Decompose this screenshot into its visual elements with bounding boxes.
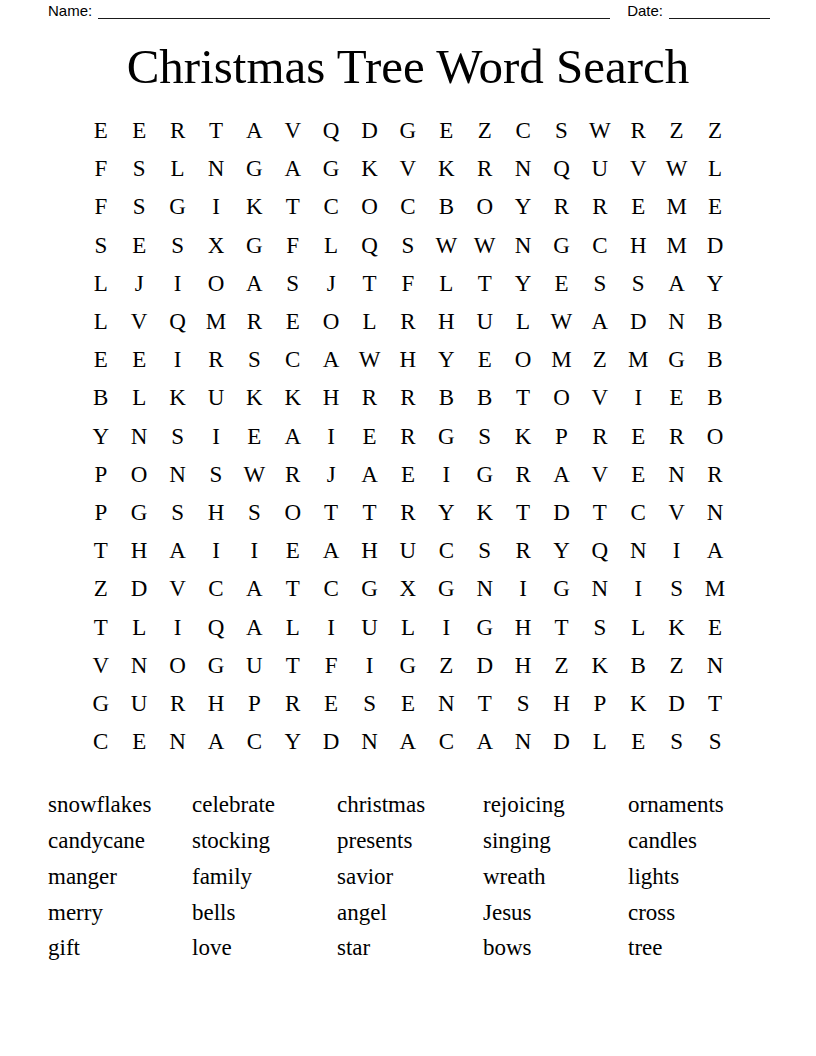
grid-cell-r7c8[interactable]: W [350,341,388,379]
grid-cell-r15c4[interactable]: G [197,647,235,685]
grid-cell-r12c1[interactable]: T [82,532,120,570]
grid-cell-r1c12[interactable]: C [504,112,542,150]
grid-cell-r15c17[interactable]: N [696,647,734,685]
grid-cell-r1c15[interactable]: R [619,112,657,150]
grid-cell-r8c1[interactable]: B [82,379,120,417]
grid-cell-r9c8[interactable]: E [350,418,388,456]
grid-cell-r7c9[interactable]: H [389,341,427,379]
grid-cell-r8c5[interactable]: K [235,379,273,417]
grid-cell-r5c3[interactable]: I [158,265,196,303]
grid-cell-r15c3[interactable]: O [158,647,196,685]
grid-cell-r8c16[interactable]: E [657,379,695,417]
grid-cell-r2c14[interactable]: U [581,150,619,188]
grid-cell-r13c11[interactable]: N [466,570,504,608]
grid-cell-r6c14[interactable]: A [581,303,619,341]
grid-cell-r12c17[interactable]: A [696,532,734,570]
grid-cell-r14c5[interactable]: A [235,608,273,646]
word-list-item: family [192,859,337,895]
grid-cell-r16c15[interactable]: K [619,685,657,723]
grid-cell-r5c17[interactable]: Y [696,265,734,303]
grid-cell-r3c10[interactable]: B [427,188,465,226]
grid-cell-r4c11[interactable]: W [466,227,504,265]
grid-cell-r6c5[interactable]: R [235,303,273,341]
grid-cell-r14c8[interactable]: U [350,608,388,646]
grid-cell-r9c13[interactable]: P [542,418,580,456]
grid-cell-r5c2[interactable]: J [120,265,158,303]
grid-cell-r6c9[interactable]: R [389,303,427,341]
word-list-item: bells [192,895,337,931]
grid-cell-r6c13[interactable]: W [542,303,580,341]
grid-cell-r12c7[interactable]: A [312,532,350,570]
grid-cell-r16c12[interactable]: S [504,685,542,723]
grid-cell-r11c14[interactable]: T [581,494,619,532]
grid-cell-r8c10[interactable]: B [427,379,465,417]
grid-cell-r7c13[interactable]: M [542,341,580,379]
grid-cell-r15c8[interactable]: I [350,647,388,685]
grid-cell-r5c7[interactable]: J [312,265,350,303]
grid-cell-r6c17[interactable]: B [696,303,734,341]
grid-cell-r8c8[interactable]: R [350,379,388,417]
grid-cell-r9c1[interactable]: Y [82,418,120,456]
grid-cell-r3c1[interactable]: F [82,188,120,226]
grid-cell-r4c17[interactable]: D [696,227,734,265]
grid-cell-r13c12[interactable]: I [504,570,542,608]
grid-cell-r17c16[interactable]: S [657,723,695,761]
grid-cell-r9c2[interactable]: N [120,418,158,456]
grid-cell-r13c8[interactable]: G [350,570,388,608]
grid-cell-r5c5[interactable]: A [235,265,273,303]
grid-cell-r10c12[interactable]: R [504,456,542,494]
grid-cell-r13c6[interactable]: T [274,570,312,608]
grid-cell-r12c9[interactable]: U [389,532,427,570]
grid-cell-r8c12[interactable]: T [504,379,542,417]
grid-cell-r1c13[interactable]: S [542,112,580,150]
grid-cell-r16c7[interactable]: E [312,685,350,723]
grid-cell-r4c7[interactable]: L [312,227,350,265]
grid-cell-r3c13[interactable]: R [542,188,580,226]
grid-cell-r16c9[interactable]: E [389,685,427,723]
grid-cell-r11c10[interactable]: Y [427,494,465,532]
grid-cell-r13c14[interactable]: N [581,570,619,608]
grid-cell-r2c11[interactable]: R [466,150,504,188]
grid-cell-r13c13[interactable]: G [542,570,580,608]
grid-cell-r9c15[interactable]: E [619,418,657,456]
grid-cell-r10c4[interactable]: S [197,456,235,494]
grid-cell-r12c15[interactable]: N [619,532,657,570]
grid-cell-r4c4[interactable]: X [197,227,235,265]
grid-cell-r10c5[interactable]: W [235,456,273,494]
grid-cell-r9c14[interactable]: R [581,418,619,456]
grid-cell-r16c11[interactable]: T [466,685,504,723]
grid-cell-r2c5[interactable]: G [235,150,273,188]
grid-cell-r11c6[interactable]: O [274,494,312,532]
grid-cell-r17c9[interactable]: A [389,723,427,761]
grid-cell-r13c2[interactable]: D [120,570,158,608]
grid-cell-r5c8[interactable]: T [350,265,388,303]
word-list-item: manger [48,859,192,895]
grid-cell-r3c14[interactable]: R [581,188,619,226]
grid-cell-r14c6[interactable]: L [274,608,312,646]
grid-cell-r16c16[interactable]: D [657,685,695,723]
grid-cell-r17c1[interactable]: C [82,723,120,761]
grid-cell-r14c16[interactable]: K [657,608,695,646]
grid-cell-r8c7[interactable]: H [312,379,350,417]
grid-cell-r12c5[interactable]: I [235,532,273,570]
grid-cell-r8c13[interactable]: O [542,379,580,417]
grid-cell-r16c2[interactable]: U [120,685,158,723]
grid-cell-r10c10[interactable]: I [427,456,465,494]
grid-cell-r13c9[interactable]: X [389,570,427,608]
word-list-item: cross [628,895,816,931]
grid-cell-r9c12[interactable]: K [504,418,542,456]
grid-cell-r11c2[interactable]: G [120,494,158,532]
grid-cell-r16c10[interactable]: N [427,685,465,723]
grid-cell-r1c11[interactable]: Z [466,112,504,150]
grid-cell-r5c15[interactable]: S [619,265,657,303]
grid-cell-r12c16[interactable]: I [657,532,695,570]
grid-cell-r15c16[interactable]: Z [657,647,695,685]
grid-cell-r11c15[interactable]: C [619,494,657,532]
grid-cell-r3c4[interactable]: I [197,188,235,226]
grid-cell-r1c9[interactable]: G [389,112,427,150]
grid-cell-r13c1[interactable]: Z [82,570,120,608]
grid-cell-r1c6[interactable]: V [274,112,312,150]
word-list: snowflakescelebratechristmasrejoicingorn… [0,787,816,966]
grid-cell-r1c3[interactable]: R [158,112,196,150]
grid-cell-r7c5[interactable]: S [235,341,273,379]
grid-cell-r17c15[interactable]: E [619,723,657,761]
grid-cell-r14c12[interactable]: H [504,608,542,646]
grid-cell-r17c11[interactable]: A [466,723,504,761]
grid-cell-r17c8[interactable]: N [350,723,388,761]
grid-cell-r8c17[interactable]: B [696,379,734,417]
grid-cell-r14c17[interactable]: E [696,608,734,646]
grid-cell-r3c11[interactable]: O [466,188,504,226]
grid-cell-r17c12[interactable]: N [504,723,542,761]
grid-cell-r11c12[interactable]: T [504,494,542,532]
grid-cell-r9c16[interactable]: R [657,418,695,456]
grid-cell-r1c1[interactable]: E [82,112,120,150]
grid-cell-r2c17[interactable]: L [696,150,734,188]
grid-cell-r1c5[interactable]: A [235,112,273,150]
grid-cell-r4c6[interactable]: F [274,227,312,265]
grid-cell-r13c10[interactable]: G [427,570,465,608]
grid-cell-r4c1[interactable]: S [82,227,120,265]
grid-cell-r17c2[interactable]: E [120,723,158,761]
grid-cell-r11c7[interactable]: T [312,494,350,532]
grid-cell-r14c15[interactable]: L [619,608,657,646]
grid-cell-r16c17[interactable]: T [696,685,734,723]
grid-cell-r3c17[interactable]: E [696,188,734,226]
grid-cell-r4c13[interactable]: G [542,227,580,265]
grid-cell-r15c5[interactable]: U [235,647,273,685]
grid-cell-r14c14[interactable]: S [581,608,619,646]
grid-cell-r9c5[interactable]: E [235,418,273,456]
grid-cell-r9c11[interactable]: S [466,418,504,456]
grid-cell-r5c9[interactable]: F [389,265,427,303]
grid-cell-r8c4[interactable]: U [197,379,235,417]
grid-cell-r9c3[interactable]: S [158,418,196,456]
grid-cell-r11c1[interactable]: P [82,494,120,532]
grid-cell-r2c15[interactable]: V [619,150,657,188]
grid-cell-r2c3[interactable]: L [158,150,196,188]
grid-cell-r1c10[interactable]: E [427,112,465,150]
grid-cell-r8c14[interactable]: V [581,379,619,417]
grid-cell-r5c6[interactable]: S [274,265,312,303]
grid-cell-r15c6[interactable]: T [274,647,312,685]
grid-cell-r6c2[interactable]: V [120,303,158,341]
grid-cell-r9c17[interactable]: O [696,418,734,456]
grid-cell-r1c4[interactable]: T [197,112,235,150]
grid-cell-r6c8[interactable]: L [350,303,388,341]
grid-cell-r7c3[interactable]: I [158,341,196,379]
grid-cell-r6c12[interactable]: L [504,303,542,341]
grid-cell-r4c3[interactable]: S [158,227,196,265]
grid-cell-r5c14[interactable]: S [581,265,619,303]
grid-cell-r14c1[interactable]: T [82,608,120,646]
grid-cell-r16c5[interactable]: P [235,685,273,723]
grid-cell-r15c13[interactable]: Z [542,647,580,685]
grid-cell-r14c4[interactable]: Q [197,608,235,646]
grid-cell-r17c5[interactable]: C [235,723,273,761]
grid-cell-r12c4[interactable]: I [197,532,235,570]
grid-cell-r17c17[interactable]: S [696,723,734,761]
grid-cell-r16c3[interactable]: R [158,685,196,723]
grid-cell-r9c6[interactable]: A [274,418,312,456]
grid-cell-r2c7[interactable]: G [312,150,350,188]
grid-cell-r3c3[interactable]: G [158,188,196,226]
grid-cell-r4c5[interactable]: G [235,227,273,265]
grid-cell-r7c15[interactable]: M [619,341,657,379]
grid-cell-r4c9[interactable]: S [389,227,427,265]
grid-cell-r3c2[interactable]: S [120,188,158,226]
grid-cell-r8c9[interactable]: R [389,379,427,417]
grid-cell-r12c8[interactable]: H [350,532,388,570]
grid-cell-r13c3[interactable]: V [158,570,196,608]
grid-cell-r11c17[interactable]: N [696,494,734,532]
grid-cell-r9c7[interactable]: I [312,418,350,456]
grid-cell-r7c16[interactable]: G [657,341,695,379]
grid-cell-r14c11[interactable]: G [466,608,504,646]
grid-cell-r15c10[interactable]: Z [427,647,465,685]
grid-cell-r6c10[interactable]: H [427,303,465,341]
grid-cell-r8c11[interactable]: B [466,379,504,417]
grid-cell-r7c14[interactable]: Z [581,341,619,379]
grid-cell-r6c3[interactable]: Q [158,303,196,341]
grid-cell-r10c16[interactable]: N [657,456,695,494]
grid-cell-r6c11[interactable]: U [466,303,504,341]
grid-cell-r8c6[interactable]: K [274,379,312,417]
grid-cell-r5c12[interactable]: Y [504,265,542,303]
grid-cell-r15c2[interactable]: N [120,647,158,685]
grid-cell-r2c2[interactable]: S [120,150,158,188]
grid-cell-r2c12[interactable]: N [504,150,542,188]
grid-cell-r12c12[interactable]: R [504,532,542,570]
grid-cell-r6c16[interactable]: N [657,303,695,341]
grid-cell-r10c13[interactable]: A [542,456,580,494]
grid-cell-r12c13[interactable]: Y [542,532,580,570]
grid-cell-r4c8[interactable]: Q [350,227,388,265]
grid-cell-r14c3[interactable]: I [158,608,196,646]
word-list-item: love [192,930,337,966]
grid-cell-r1c14[interactable]: W [581,112,619,150]
date-field[interactable] [669,5,770,19]
grid-cell-r15c7[interactable]: F [312,647,350,685]
grid-cell-r15c12[interactable]: H [504,647,542,685]
grid-cell-r10c15[interactable]: E [619,456,657,494]
grid-cell-r6c6[interactable]: E [274,303,312,341]
grid-cell-r2c16[interactable]: W [657,150,695,188]
grid-cell-r16c13[interactable]: H [542,685,580,723]
grid-cell-r15c11[interactable]: D [466,647,504,685]
grid-cell-r4c15[interactable]: H [619,227,657,265]
grid-cell-r14c10[interactable]: I [427,608,465,646]
grid-cell-r7c4[interactable]: R [197,341,235,379]
grid-cell-r1c7[interactable]: Q [312,112,350,150]
grid-cell-r11c4[interactable]: H [197,494,235,532]
grid-cell-r12c6[interactable]: E [274,532,312,570]
grid-cell-r7c12[interactable]: O [504,341,542,379]
grid-cell-r7c6[interactable]: C [274,341,312,379]
grid-cell-r17c7[interactable]: D [312,723,350,761]
grid-cell-r7c7[interactable]: A [312,341,350,379]
grid-cell-r11c13[interactable]: D [542,494,580,532]
grid-cell-r7c1[interactable]: E [82,341,120,379]
grid-cell-r3c16[interactable]: M [657,188,695,226]
grid-cell-r13c17[interactable]: M [696,570,734,608]
grid-cell-r10c9[interactable]: E [389,456,427,494]
grid-cell-r5c16[interactable]: A [657,265,695,303]
grid-cell-r2c13[interactable]: Q [542,150,580,188]
grid-cell-r12c14[interactable]: Q [581,532,619,570]
grid-cell-r14c9[interactable]: L [389,608,427,646]
grid-cell-r3c8[interactable]: O [350,188,388,226]
grid-cell-r6c4[interactable]: M [197,303,235,341]
grid-cell-r9c10[interactable]: G [427,418,465,456]
grid-cell-r11c8[interactable]: T [350,494,388,532]
grid-cell-r2c9[interactable]: V [389,150,427,188]
grid-cell-r5c13[interactable]: E [542,265,580,303]
grid-cell-r13c4[interactable]: C [197,570,235,608]
grid-cell-r7c17[interactable]: B [696,341,734,379]
grid-cell-r1c16[interactable]: Z [657,112,695,150]
word-list-item: ornaments [628,787,816,823]
grid-cell-r7c11[interactable]: E [466,341,504,379]
grid-cell-r16c1[interactable]: G [82,685,120,723]
grid-cell-r17c10[interactable]: C [427,723,465,761]
grid-cell-r10c17[interactable]: R [696,456,734,494]
grid-cell-r10c8[interactable]: A [350,456,388,494]
grid-cell-r5c4[interactable]: O [197,265,235,303]
grid-cell-r10c2[interactable]: O [120,456,158,494]
grid-cell-r4c12[interactable]: N [504,227,542,265]
grid-cell-r12c2[interactable]: H [120,532,158,570]
grid-cell-r3c5[interactable]: K [235,188,273,226]
grid-cell-r10c1[interactable]: P [82,456,120,494]
grid-cell-r1c2[interactable]: E [120,112,158,150]
word-list-item: singing [483,823,628,859]
grid-cell-r17c6[interactable]: Y [274,723,312,761]
grid-cell-r12c11[interactable]: S [466,532,504,570]
grid-cell-r8c2[interactable]: L [120,379,158,417]
grid-cell-r11c16[interactable]: V [657,494,695,532]
grid-cell-r2c1[interactable]: F [82,150,120,188]
grid-cell-r9c4[interactable]: I [197,418,235,456]
grid-cell-r4c14[interactable]: C [581,227,619,265]
grid-cell-r3c7[interactable]: C [312,188,350,226]
grid-cell-r2c10[interactable]: K [427,150,465,188]
grid-cell-r5c1[interactable]: L [82,265,120,303]
grid-cell-r11c5[interactable]: S [235,494,273,532]
grid-cell-r11c11[interactable]: K [466,494,504,532]
grid-cell-r16c6[interactable]: R [274,685,312,723]
grid-cell-r14c2[interactable]: L [120,608,158,646]
grid-cell-r17c3[interactable]: N [158,723,196,761]
grid-cell-r1c17[interactable]: Z [696,112,734,150]
grid-cell-r11c9[interactable]: R [389,494,427,532]
grid-cell-r6c7[interactable]: O [312,303,350,341]
grid-cell-r13c7[interactable]: C [312,570,350,608]
grid-cell-r3c6[interactable]: T [274,188,312,226]
grid-cell-r10c7[interactable]: J [312,456,350,494]
grid-cell-r1c8[interactable]: D [350,112,388,150]
grid-cell-r15c9[interactable]: G [389,647,427,685]
grid-cell-r13c5[interactable]: A [235,570,273,608]
grid-cell-r4c10[interactable]: W [427,227,465,265]
grid-cell-r13c15[interactable]: I [619,570,657,608]
grid-cell-r13c16[interactable]: S [657,570,695,608]
grid-cell-r5c11[interactable]: T [466,265,504,303]
grid-cell-r5c10[interactable]: L [427,265,465,303]
grid-cell-r3c15[interactable]: E [619,188,657,226]
grid-cell-r10c14[interactable]: V [581,456,619,494]
grid-cell-r9c9[interactable]: R [389,418,427,456]
grid-cell-r3c12[interactable]: Y [504,188,542,226]
grid-cell-r7c10[interactable]: Y [427,341,465,379]
grid-cell-r15c14[interactable]: K [581,647,619,685]
grid-cell-r17c4[interactable]: A [197,723,235,761]
grid-cell-r14c7[interactable]: I [312,608,350,646]
grid-cell-r14c13[interactable]: T [542,608,580,646]
grid-cell-r2c4[interactable]: N [197,150,235,188]
grid-cell-r6c1[interactable]: L [82,303,120,341]
grid-cell-r17c14[interactable]: L [581,723,619,761]
grid-cell-r3c9[interactable]: C [389,188,427,226]
grid-cell-r6c15[interactable]: D [619,303,657,341]
grid-cell-r16c4[interactable]: H [197,685,235,723]
grid-cell-r7c2[interactable]: E [120,341,158,379]
name-field[interactable] [98,5,610,19]
grid-cell-r16c14[interactable]: P [581,685,619,723]
word-list-item: celebrate [192,787,337,823]
grid-cell-r4c2[interactable]: E [120,227,158,265]
grid-cell-r12c3[interactable]: A [158,532,196,570]
grid-cell-r10c11[interactable]: G [466,456,504,494]
grid-cell-r10c3[interactable]: N [158,456,196,494]
grid-cell-r12c10[interactable]: C [427,532,465,570]
grid-cell-r11c3[interactable]: S [158,494,196,532]
grid-cell-r16c8[interactable]: S [350,685,388,723]
grid-cell-r8c15[interactable]: I [619,379,657,417]
grid-cell-r8c3[interactable]: K [158,379,196,417]
grid-cell-r2c6[interactable]: A [274,150,312,188]
grid-cell-r15c15[interactable]: B [619,647,657,685]
grid-cell-r17c13[interactable]: D [542,723,580,761]
grid-cell-r10c6[interactable]: R [274,456,312,494]
grid-cell-r15c1[interactable]: V [82,647,120,685]
grid-cell-r4c16[interactable]: M [657,227,695,265]
grid-cell-r2c8[interactable]: K [350,150,388,188]
